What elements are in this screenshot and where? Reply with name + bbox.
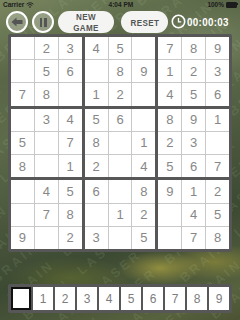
- cell-r9c3[interactable]: 2: [59, 227, 82, 249]
- box-1-1: 235678: [11, 37, 82, 106]
- cell-r9c9[interactable]: 8: [206, 227, 229, 249]
- carrier-label: Carrier: [3, 1, 24, 8]
- cell-r8c1[interactable]: [11, 204, 34, 226]
- cell-r7c1[interactable]: [11, 180, 34, 202]
- pause-button[interactable]: [32, 11, 54, 33]
- back-button[interactable]: [6, 11, 28, 33]
- picker-cell-6[interactable]: 6: [143, 287, 163, 310]
- cell-r1c9[interactable]: 9: [206, 37, 229, 59]
- reset-label: RESET: [130, 17, 159, 28]
- cell-r8c2[interactable]: 7: [35, 204, 58, 226]
- cell-r8c6[interactable]: 2: [132, 204, 155, 226]
- cell-r7c2[interactable]: 4: [35, 180, 58, 202]
- cell-r6c4[interactable]: 2: [85, 155, 108, 177]
- cell-r5c2[interactable]: [35, 132, 58, 154]
- cell-r1c4[interactable]: 4: [85, 37, 108, 59]
- picker-cell-9[interactable]: 9: [209, 287, 229, 310]
- clock-icon: [171, 14, 186, 29]
- picker-cell-2[interactable]: 2: [55, 287, 75, 310]
- cell-r5c3[interactable]: 7: [59, 132, 82, 154]
- cell-r4c7[interactable]: 8: [158, 109, 181, 131]
- cell-r3c8[interactable]: 5: [182, 83, 205, 105]
- back-arrow-icon: [11, 17, 23, 27]
- cell-r7c7[interactable]: 9: [158, 180, 181, 202]
- cell-r5c7[interactable]: 2: [158, 132, 181, 154]
- battery-percent: 100%: [207, 1, 224, 8]
- cell-r1c8[interactable]: 8: [182, 37, 205, 59]
- cell-r5c6[interactable]: 1: [132, 132, 155, 154]
- box-3-1: 457892: [11, 180, 82, 249]
- toolbar: NEW GAME RESET 00:00:03: [0, 11, 240, 33]
- cell-r6c7[interactable]: 5: [158, 155, 181, 177]
- wifi-icon: [26, 2, 34, 8]
- cell-r2c3[interactable]: 6: [59, 60, 82, 82]
- cell-r1c3[interactable]: 3: [59, 37, 82, 59]
- cell-r9c2[interactable]: [35, 227, 58, 249]
- cell-r4c2[interactable]: 3: [35, 109, 58, 131]
- cell-r1c7[interactable]: 7: [158, 37, 181, 59]
- cell-r5c1[interactable]: 5: [11, 132, 34, 154]
- cell-r6c8[interactable]: 6: [182, 155, 205, 177]
- cell-r4c4[interactable]: 5: [85, 109, 108, 131]
- cell-r4c6[interactable]: [132, 109, 155, 131]
- cell-r3c4[interactable]: 1: [85, 83, 108, 105]
- cell-r7c6[interactable]: 8: [132, 180, 155, 202]
- cell-r9c5[interactable]: [109, 227, 132, 249]
- cell-r6c9[interactable]: 7: [206, 155, 229, 177]
- cell-r6c2[interactable]: [35, 155, 58, 177]
- cell-r6c6[interactable]: 4: [132, 155, 155, 177]
- cell-r8c4[interactable]: [85, 204, 108, 226]
- sudoku-board: 2356784589127891234563457815681248912356…: [8, 34, 232, 252]
- box-2-2: 568124: [85, 109, 156, 178]
- cell-r7c9[interactable]: 2: [206, 180, 229, 202]
- reset-button[interactable]: RESET: [121, 11, 168, 33]
- cell-r5c5[interactable]: [109, 132, 132, 154]
- cell-r4c5[interactable]: 6: [109, 109, 132, 131]
- cell-r2c8[interactable]: 2: [182, 60, 205, 82]
- cell-r1c1[interactable]: [11, 37, 34, 59]
- cell-r2c6[interactable]: 9: [132, 60, 155, 82]
- cell-r3c1[interactable]: 7: [11, 83, 34, 105]
- picker-cell-3[interactable]: 3: [77, 287, 97, 310]
- battery-icon: [226, 2, 237, 8]
- new-game-label: NEW GAME: [62, 11, 110, 33]
- cell-r7c8[interactable]: 1: [182, 180, 205, 202]
- cell-r2c1[interactable]: [11, 60, 34, 82]
- picker-cell-4[interactable]: 4: [99, 287, 119, 310]
- cell-r2c4[interactable]: [85, 60, 108, 82]
- cell-r3c6[interactable]: [132, 83, 155, 105]
- cell-r1c5[interactable]: 5: [109, 37, 132, 59]
- cell-r8c7[interactable]: [158, 204, 181, 226]
- number-picker: 123456789: [8, 284, 232, 313]
- picker-cell-8[interactable]: 8: [187, 287, 207, 310]
- cell-r5c9[interactable]: [206, 132, 229, 154]
- status-bar: Carrier 4:04 PM 100%: [0, 0, 240, 9]
- cell-r9c6[interactable]: 5: [132, 227, 155, 249]
- cell-r9c1[interactable]: 9: [11, 227, 34, 249]
- cell-r4c8[interactable]: 9: [182, 109, 205, 131]
- picker-erase-cell[interactable]: [11, 287, 31, 310]
- box-3-3: 9124578: [158, 180, 229, 249]
- box-1-3: 789123456: [158, 37, 229, 106]
- cell-r2c9[interactable]: 3: [206, 60, 229, 82]
- cell-r7c4[interactable]: 6: [85, 180, 108, 202]
- cell-r4c1[interactable]: [11, 109, 34, 131]
- cell-r6c3[interactable]: 1: [59, 155, 82, 177]
- box-2-3: 89123567: [158, 109, 229, 178]
- picker-cell-7[interactable]: 7: [165, 287, 185, 310]
- cell-r8c9[interactable]: 5: [206, 204, 229, 226]
- cell-r1c2[interactable]: 2: [35, 37, 58, 59]
- pause-icon: [40, 18, 47, 27]
- cell-r8c8[interactable]: 4: [182, 204, 205, 226]
- cell-r9c4[interactable]: 3: [85, 227, 108, 249]
- picker-cell-5[interactable]: 5: [121, 287, 141, 310]
- cell-r9c8[interactable]: 7: [182, 227, 205, 249]
- cell-r3c3[interactable]: [59, 83, 82, 105]
- box-2-1: 345781: [11, 109, 82, 178]
- cell-r9c7[interactable]: [158, 227, 181, 249]
- cell-r4c3[interactable]: 4: [59, 109, 82, 131]
- cell-r8c3[interactable]: 8: [59, 204, 82, 226]
- cell-r2c7[interactable]: 1: [158, 60, 181, 82]
- cell-r3c9[interactable]: 6: [206, 83, 229, 105]
- new-game-button[interactable]: NEW GAME: [58, 11, 114, 33]
- cell-r7c5[interactable]: [109, 180, 132, 202]
- cell-r6c5[interactable]: [109, 155, 132, 177]
- cell-r2c5[interactable]: 8: [109, 60, 132, 82]
- timer-display: 00:00:03: [187, 11, 229, 33]
- box-3-2: 681235: [85, 180, 156, 249]
- cell-r7c3[interactable]: 5: [59, 180, 82, 202]
- cell-r5c4[interactable]: 8: [85, 132, 108, 154]
- cell-r3c5[interactable]: 2: [109, 83, 132, 105]
- cell-r8c5[interactable]: 1: [109, 204, 132, 226]
- box-1-2: 458912: [85, 37, 156, 106]
- cell-r4c9[interactable]: 1: [206, 109, 229, 131]
- status-time: 4:04 PM: [109, 1, 134, 8]
- cell-r1c6[interactable]: [132, 37, 155, 59]
- cell-r5c8[interactable]: 3: [182, 132, 205, 154]
- cell-r3c7[interactable]: 4: [158, 83, 181, 105]
- picker-cell-1[interactable]: 1: [33, 287, 53, 310]
- sudoku-app-screen: LASER BRAIN LASER BRAIN LASER BRAIN LASE…: [0, 0, 240, 320]
- cell-r2c2[interactable]: 5: [35, 60, 58, 82]
- cell-r3c2[interactable]: 8: [35, 83, 58, 105]
- cell-r6c1[interactable]: 8: [11, 155, 34, 177]
